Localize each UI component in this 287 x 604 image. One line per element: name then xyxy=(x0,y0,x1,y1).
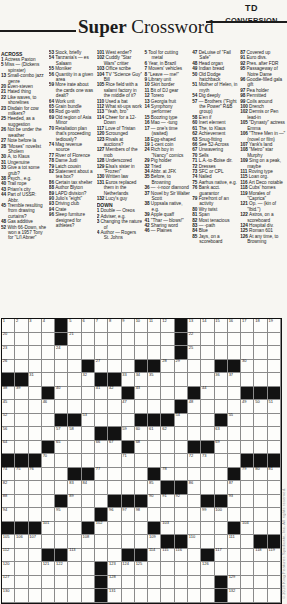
grid-cell[interactable]: 16 xyxy=(228,319,241,333)
grid-cell[interactable] xyxy=(42,576,55,590)
grid-cell[interactable] xyxy=(148,441,161,455)
grid-cell[interactable] xyxy=(175,508,188,522)
grid-cell[interactable] xyxy=(268,481,281,495)
grid-cell[interactable]: 26 xyxy=(2,360,15,374)
grid-cell[interactable]: 84 xyxy=(82,481,95,495)
grid-cell[interactable] xyxy=(241,576,254,590)
grid-cell[interactable] xyxy=(241,373,254,387)
grid-cell[interactable] xyxy=(42,373,55,387)
grid-cell[interactable] xyxy=(15,576,28,590)
grid-cell[interactable] xyxy=(228,441,241,455)
grid-cell[interactable] xyxy=(175,522,188,536)
grid-cell[interactable] xyxy=(108,414,121,428)
grid-cell[interactable] xyxy=(201,589,214,603)
grid-cell[interactable]: 113 xyxy=(68,549,81,563)
grid-cell[interactable] xyxy=(29,576,42,590)
grid-cell[interactable] xyxy=(95,481,108,495)
grid-cell[interactable] xyxy=(241,562,254,576)
grid-cell[interactable]: 90 xyxy=(148,495,161,509)
grid-cell[interactable] xyxy=(42,535,55,549)
grid-cell[interactable] xyxy=(135,468,148,482)
grid-cell[interactable] xyxy=(122,576,135,590)
grid-cell[interactable] xyxy=(188,495,201,509)
grid-cell[interactable]: 40 xyxy=(55,387,68,401)
grid-cell[interactable] xyxy=(268,522,281,536)
grid-cell[interactable] xyxy=(148,387,161,401)
grid-cell[interactable] xyxy=(122,589,135,603)
grid-cell[interactable]: 18 xyxy=(254,319,267,333)
grid-cell[interactable] xyxy=(82,549,95,563)
grid-cell[interactable] xyxy=(15,400,28,414)
grid-cell[interactable]: 124 xyxy=(122,562,135,576)
grid-cell[interactable] xyxy=(122,535,135,549)
grid-cell[interactable] xyxy=(15,495,28,509)
grid-cell[interactable] xyxy=(241,481,254,495)
grid-cell[interactable] xyxy=(55,454,68,468)
grid-cell[interactable] xyxy=(42,414,55,428)
grid-cell[interactable] xyxy=(228,333,241,347)
grid-cell[interactable] xyxy=(122,346,135,360)
grid-cell[interactable] xyxy=(268,562,281,576)
grid-cell[interactable]: 71 xyxy=(122,454,135,468)
grid-cell[interactable] xyxy=(42,481,55,495)
grid-cell[interactable]: 96 xyxy=(108,508,121,522)
grid-cell[interactable] xyxy=(29,346,42,360)
grid-cell[interactable] xyxy=(215,333,228,347)
grid-cell[interactable]: 101 xyxy=(42,522,55,536)
grid-cell[interactable] xyxy=(254,360,267,374)
grid-cell[interactable] xyxy=(82,495,95,509)
grid-cell[interactable]: 122 xyxy=(55,562,68,576)
grid-cell[interactable] xyxy=(241,495,254,509)
grid-cell[interactable] xyxy=(161,373,174,387)
grid-cell[interactable] xyxy=(161,333,174,347)
grid-cell[interactable] xyxy=(15,481,28,495)
grid-cell[interactable] xyxy=(108,360,121,374)
grid-cell[interactable] xyxy=(15,360,28,374)
grid-cell[interactable] xyxy=(188,414,201,428)
grid-cell[interactable] xyxy=(268,414,281,428)
grid-cell[interactable] xyxy=(175,468,188,482)
grid-cell[interactable] xyxy=(29,481,42,495)
grid-cell[interactable]: 69 xyxy=(215,441,228,455)
grid-cell[interactable]: 99 xyxy=(201,508,214,522)
grid-cell[interactable] xyxy=(68,387,81,401)
grid-cell[interactable]: 81 xyxy=(268,468,281,482)
grid-cell[interactable] xyxy=(42,495,55,509)
grid-cell[interactable] xyxy=(215,400,228,414)
grid-cell[interactable] xyxy=(188,360,201,374)
grid-cell[interactable] xyxy=(201,576,214,590)
grid-cell[interactable] xyxy=(135,333,148,347)
grid-cell[interactable] xyxy=(175,589,188,603)
grid-cell[interactable] xyxy=(68,589,81,603)
grid-cell[interactable]: 2 xyxy=(15,319,28,333)
grid-cell[interactable] xyxy=(122,481,135,495)
grid-cell[interactable]: 130 xyxy=(2,589,15,603)
grid-cell[interactable]: 67 xyxy=(108,441,121,455)
grid-cell[interactable] xyxy=(122,333,135,347)
grid-cell[interactable]: 78 xyxy=(161,468,174,482)
grid-cell[interactable]: 28 xyxy=(161,360,174,374)
grid-cell[interactable] xyxy=(268,360,281,374)
grid-cell[interactable] xyxy=(82,346,95,360)
grid-cell[interactable] xyxy=(175,454,188,468)
grid-cell[interactable] xyxy=(135,589,148,603)
grid-cell[interactable] xyxy=(68,346,81,360)
grid-cell[interactable] xyxy=(15,589,28,603)
grid-cell[interactable] xyxy=(241,535,254,549)
grid-cell[interactable]: 95 xyxy=(55,508,68,522)
grid-cell[interactable] xyxy=(188,589,201,603)
grid-cell[interactable]: 19 xyxy=(268,319,281,333)
grid-cell[interactable] xyxy=(175,387,188,401)
grid-cell[interactable] xyxy=(82,454,95,468)
grid-cell[interactable]: 9 xyxy=(122,319,135,333)
grid-cell[interactable] xyxy=(254,495,267,509)
grid-cell[interactable] xyxy=(161,562,174,576)
grid-cell[interactable]: 46 xyxy=(42,400,55,414)
grid-cell[interactable] xyxy=(95,495,108,509)
grid-cell[interactable]: 94 xyxy=(2,508,15,522)
grid-cell[interactable] xyxy=(68,441,81,455)
grid-cell[interactable] xyxy=(29,589,42,603)
grid-cell[interactable] xyxy=(175,441,188,455)
grid-cell[interactable] xyxy=(241,549,254,563)
grid-cell[interactable] xyxy=(161,576,174,590)
grid-cell[interactable]: 98 xyxy=(135,508,148,522)
grid-cell[interactable] xyxy=(82,333,95,347)
grid-cell[interactable] xyxy=(201,468,214,482)
grid-cell[interactable]: 116 xyxy=(175,549,188,563)
grid-cell[interactable]: 111 xyxy=(228,535,241,549)
grid-cell[interactable]: 36 xyxy=(215,373,228,387)
grid-cell[interactable] xyxy=(268,333,281,347)
grid-cell[interactable]: 73 xyxy=(201,454,214,468)
grid-cell[interactable] xyxy=(55,589,68,603)
grid-cell[interactable]: 14 xyxy=(201,319,214,333)
grid-cell[interactable] xyxy=(215,481,228,495)
grid-cell[interactable]: 7 xyxy=(95,319,108,333)
grid-cell[interactable] xyxy=(254,373,267,387)
grid-cell[interactable] xyxy=(188,373,201,387)
grid-cell[interactable] xyxy=(42,468,55,482)
grid-cell[interactable]: 47 xyxy=(122,400,135,414)
grid-cell[interactable]: 132 xyxy=(228,589,241,603)
grid-cell[interactable]: 77 xyxy=(95,468,108,482)
grid-cell[interactable] xyxy=(68,576,81,590)
grid-cell[interactable] xyxy=(148,346,161,360)
grid-cell[interactable]: 75 xyxy=(15,468,28,482)
grid-cell[interactable] xyxy=(175,562,188,576)
grid-cell[interactable]: 91 xyxy=(161,495,174,509)
grid-cell[interactable] xyxy=(188,576,201,590)
grid-cell[interactable] xyxy=(42,333,55,347)
grid-cell[interactable] xyxy=(188,427,201,441)
grid-cell[interactable] xyxy=(68,522,81,536)
grid-cell[interactable] xyxy=(254,441,267,455)
grid-cell[interactable] xyxy=(108,346,121,360)
grid-cell[interactable] xyxy=(175,373,188,387)
grid-cell[interactable]: 24 xyxy=(55,346,68,360)
grid-cell[interactable] xyxy=(201,535,214,549)
grid-cell[interactable] xyxy=(254,414,267,428)
grid-cell[interactable] xyxy=(42,346,55,360)
grid-cell[interactable]: 64 xyxy=(2,441,15,455)
grid-cell[interactable] xyxy=(135,454,148,468)
grid-cell[interactable]: 108 xyxy=(82,535,95,549)
grid-cell[interactable] xyxy=(268,373,281,387)
grid-cell[interactable]: 66 xyxy=(95,441,108,455)
grid-cell[interactable] xyxy=(161,589,174,603)
grid-cell[interactable] xyxy=(42,360,55,374)
grid-cell[interactable] xyxy=(55,481,68,495)
grid-cell[interactable] xyxy=(122,522,135,536)
grid-cell[interactable]: 6 xyxy=(82,319,95,333)
grid-cell[interactable] xyxy=(241,441,254,455)
grid-cell[interactable] xyxy=(268,441,281,455)
grid-cell[interactable] xyxy=(188,508,201,522)
grid-cell[interactable]: 29 xyxy=(175,360,188,374)
grid-cell[interactable]: 61 xyxy=(148,427,161,441)
grid-cell[interactable] xyxy=(201,333,214,347)
grid-cell[interactable] xyxy=(15,427,28,441)
grid-cell[interactable]: 97 xyxy=(122,508,135,522)
grid-cell[interactable] xyxy=(241,427,254,441)
grid-cell[interactable] xyxy=(29,562,42,576)
grid-cell[interactable] xyxy=(82,576,95,590)
grid-cell[interactable]: 79 xyxy=(241,468,254,482)
grid-cell[interactable] xyxy=(228,427,241,441)
grid-cell[interactable] xyxy=(82,589,95,603)
grid-cell[interactable]: 25 xyxy=(188,346,201,360)
grid-cell[interactable] xyxy=(135,535,148,549)
grid-cell[interactable] xyxy=(15,333,28,347)
grid-cell[interactable] xyxy=(161,387,174,401)
grid-cell[interactable]: 62 xyxy=(161,427,174,441)
grid-cell[interactable] xyxy=(201,400,214,414)
grid-cell[interactable] xyxy=(161,441,174,455)
grid-cell[interactable]: 49 xyxy=(241,400,254,414)
grid-cell[interactable] xyxy=(82,562,95,576)
grid-cell[interactable]: 17 xyxy=(241,319,254,333)
grid-cell[interactable] xyxy=(68,508,81,522)
grid-cell[interactable] xyxy=(148,562,161,576)
grid-cell[interactable] xyxy=(122,468,135,482)
grid-cell[interactable]: 92 xyxy=(175,495,188,509)
grid-cell[interactable] xyxy=(68,562,81,576)
grid-cell[interactable] xyxy=(241,589,254,603)
grid-cell[interactable] xyxy=(29,414,42,428)
grid-cell[interactable]: 32 xyxy=(82,373,95,387)
grid-cell[interactable]: 125 xyxy=(135,562,148,576)
grid-cell[interactable]: 42 xyxy=(108,387,121,401)
grid-cell[interactable] xyxy=(108,481,121,495)
grid-cell[interactable] xyxy=(215,387,228,401)
grid-cell[interactable] xyxy=(15,562,28,576)
grid-cell[interactable] xyxy=(82,427,95,441)
grid-cell[interactable] xyxy=(201,414,214,428)
grid-cell[interactable] xyxy=(228,346,241,360)
grid-cell[interactable] xyxy=(42,589,55,603)
grid-cell[interactable] xyxy=(135,346,148,360)
grid-cell[interactable] xyxy=(161,400,174,414)
grid-cell[interactable]: 70 xyxy=(42,454,55,468)
grid-cell[interactable] xyxy=(268,576,281,590)
grid-cell[interactable] xyxy=(201,522,214,536)
grid-cell[interactable]: 51 xyxy=(268,400,281,414)
grid-cell[interactable]: 41 xyxy=(95,387,108,401)
grid-cell[interactable] xyxy=(29,441,42,455)
grid-cell[interactable] xyxy=(15,441,28,455)
grid-cell[interactable]: 115 xyxy=(161,549,174,563)
grid-cell[interactable] xyxy=(228,387,241,401)
grid-cell[interactable]: 4 xyxy=(42,319,55,333)
grid-cell[interactable] xyxy=(215,454,228,468)
grid-cell[interactable]: 33 xyxy=(122,373,135,387)
grid-cell[interactable] xyxy=(29,333,42,347)
grid-cell[interactable]: 39 xyxy=(15,387,28,401)
grid-cell[interactable]: 131 xyxy=(108,589,121,603)
grid-cell[interactable]: 37 xyxy=(228,373,241,387)
grid-cell[interactable] xyxy=(254,576,267,590)
grid-cell[interactable]: 121 xyxy=(42,562,55,576)
grid-cell[interactable]: 72 xyxy=(188,454,201,468)
grid-cell[interactable] xyxy=(95,414,108,428)
grid-cell[interactable] xyxy=(95,400,108,414)
grid-cell[interactable] xyxy=(268,346,281,360)
grid-cell[interactable] xyxy=(254,508,267,522)
grid-cell[interactable] xyxy=(241,414,254,428)
grid-cell[interactable] xyxy=(29,508,42,522)
grid-cell[interactable]: 118 xyxy=(254,549,267,563)
grid-cell[interactable] xyxy=(15,414,28,428)
grid-cell[interactable]: 21 xyxy=(68,333,81,347)
grid-cell[interactable] xyxy=(175,427,188,441)
grid-cell[interactable] xyxy=(68,373,81,387)
grid-cell[interactable]: 10 xyxy=(135,319,148,333)
grid-cell[interactable] xyxy=(29,400,42,414)
grid-cell[interactable] xyxy=(268,427,281,441)
grid-cell[interactable] xyxy=(68,360,81,374)
grid-cell[interactable]: 117 xyxy=(215,549,228,563)
grid-cell[interactable]: 58 xyxy=(68,427,81,441)
grid-cell[interactable]: 100 xyxy=(215,508,228,522)
grid-cell[interactable] xyxy=(254,427,267,441)
grid-cell[interactable] xyxy=(215,468,228,482)
grid-cell[interactable] xyxy=(188,562,201,576)
grid-cell[interactable] xyxy=(108,454,121,468)
grid-cell[interactable] xyxy=(228,454,241,468)
grid-cell[interactable] xyxy=(254,589,267,603)
grid-cell[interactable] xyxy=(68,454,81,468)
grid-cell[interactable]: 48 xyxy=(188,400,201,414)
grid-cell[interactable]: 53 xyxy=(82,414,95,428)
grid-cell[interactable] xyxy=(268,508,281,522)
grid-cell[interactable]: 126 xyxy=(201,562,214,576)
grid-cell[interactable] xyxy=(135,481,148,495)
grid-cell[interactable] xyxy=(175,576,188,590)
grid-cell[interactable] xyxy=(95,549,108,563)
grid-cell[interactable] xyxy=(55,535,68,549)
grid-cell[interactable] xyxy=(241,333,254,347)
grid-cell[interactable]: 103 xyxy=(161,522,174,536)
grid-cell[interactable] xyxy=(215,562,228,576)
grid-cell[interactable]: 55 xyxy=(228,414,241,428)
grid-cell[interactable] xyxy=(135,576,148,590)
grid-cell[interactable] xyxy=(148,576,161,590)
grid-cell[interactable] xyxy=(29,427,42,441)
grid-cell[interactable] xyxy=(148,400,161,414)
grid-cell[interactable] xyxy=(82,387,95,401)
grid-cell[interactable] xyxy=(42,427,55,441)
grid-cell[interactable] xyxy=(108,333,121,347)
grid-cell[interactable] xyxy=(188,549,201,563)
grid-cell[interactable]: 106 xyxy=(15,535,28,549)
grid-cell[interactable] xyxy=(55,360,68,374)
grid-cell[interactable] xyxy=(228,549,241,563)
grid-cell[interactable]: 27 xyxy=(95,360,108,374)
grid-cell[interactable]: 15 xyxy=(215,319,228,333)
grid-cell[interactable]: 59 xyxy=(122,427,135,441)
grid-cell[interactable] xyxy=(215,522,228,536)
grid-cell[interactable] xyxy=(55,522,68,536)
grid-cell[interactable] xyxy=(95,535,108,549)
grid-cell[interactable]: 119 xyxy=(268,549,281,563)
grid-cell[interactable] xyxy=(15,346,28,360)
grid-cell[interactable] xyxy=(148,508,161,522)
grid-cell[interactable]: 102 xyxy=(95,522,108,536)
grid-cell[interactable] xyxy=(254,333,267,347)
grid-cell[interactable] xyxy=(15,508,28,522)
grid-cell[interactable]: 11 xyxy=(148,319,161,333)
grid-cell[interactable] xyxy=(55,576,68,590)
grid-cell[interactable]: 93 xyxy=(228,495,241,509)
grid-cell[interactable] xyxy=(108,400,121,414)
grid-cell[interactable]: 3 xyxy=(29,319,42,333)
grid-cell[interactable] xyxy=(201,427,214,441)
grid-cell[interactable] xyxy=(29,549,42,563)
grid-cell[interactable] xyxy=(201,360,214,374)
grid-cell[interactable]: 107 xyxy=(29,535,42,549)
grid-cell[interactable]: 30 xyxy=(241,360,254,374)
grid-cell[interactable] xyxy=(148,589,161,603)
grid-cell[interactable]: 80 xyxy=(254,468,267,482)
grid-cell[interactable]: 68 xyxy=(135,441,148,455)
grid-cell[interactable]: 8 xyxy=(108,319,121,333)
grid-cell[interactable] xyxy=(268,495,281,509)
grid-cell[interactable]: 114 xyxy=(148,549,161,563)
grid-cell[interactable]: 50 xyxy=(254,400,267,414)
grid-cell[interactable]: 65 xyxy=(55,441,68,455)
grid-cell[interactable] xyxy=(254,562,267,576)
grid-cell[interactable] xyxy=(29,387,42,401)
grid-cell[interactable] xyxy=(55,468,68,482)
grid-cell[interactable] xyxy=(254,522,267,536)
grid-cell[interactable]: 43 xyxy=(135,387,148,401)
grid-cell[interactable]: 54 xyxy=(175,414,188,428)
grid-cell[interactable] xyxy=(215,346,228,360)
grid-cell[interactable] xyxy=(55,400,68,414)
grid-cell[interactable]: 110 xyxy=(188,535,201,549)
grid-cell[interactable]: 89 xyxy=(68,495,81,509)
grid-cell[interactable] xyxy=(108,535,121,549)
grid-cell[interactable] xyxy=(82,508,95,522)
grid-cell[interactable]: 86 xyxy=(188,481,201,495)
grid-cell[interactable] xyxy=(135,400,148,414)
grid-cell[interactable] xyxy=(228,508,241,522)
grid-cell[interactable]: 12 xyxy=(161,319,174,333)
